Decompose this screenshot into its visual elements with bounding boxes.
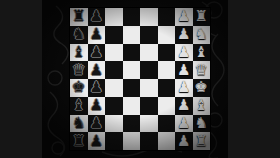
square-f1[interactable] (158, 132, 176, 150)
square-c4[interactable] (105, 79, 123, 97)
white-pawn-icon: ♟ (177, 27, 190, 42)
square-g5[interactable]: ♟ (175, 61, 193, 79)
black-rook-icon: ♜ (72, 9, 85, 24)
black-pawn-icon: ♟ (90, 63, 103, 78)
square-h4[interactable]: ♚ (193, 79, 211, 97)
black-knight-icon: ♞ (72, 27, 85, 42)
white-bishop-icon: ♝ (195, 98, 208, 113)
white-pawn-icon: ♟ (177, 134, 190, 149)
square-h3[interactable]: ♝ (193, 97, 211, 115)
square-h7[interactable]: ♞ (193, 26, 211, 44)
square-a1[interactable]: ♜ (70, 132, 88, 150)
square-a6[interactable]: ♝ (70, 44, 88, 62)
square-h1[interactable]: ♜ (193, 132, 211, 150)
square-c2[interactable] (105, 115, 123, 133)
square-d2[interactable] (123, 115, 141, 133)
black-pawn-icon: ♟ (90, 134, 103, 149)
square-c8[interactable] (105, 8, 123, 26)
chess-photo-background: ♜♟♟♜♞♟♟♞♝♟♟♝♛♟♟♛♚♟♟♚♝♟♟♝♞♟♟♞♜♟♟♜ (42, 0, 228, 158)
square-d8[interactable] (123, 8, 141, 26)
screenshot-stage: ♜♟♟♜♞♟♟♞♝♟♟♝♛♟♟♛♚♟♟♚♝♟♟♝♞♟♟♞♜♟♟♜ (0, 0, 280, 158)
black-bishop-icon: ♝ (72, 45, 85, 60)
white-rook-icon: ♜ (195, 134, 208, 149)
square-e1[interactable] (140, 132, 158, 150)
black-pawn-icon: ♟ (90, 98, 103, 113)
square-b3[interactable]: ♟ (88, 97, 106, 115)
white-pawn-icon: ♟ (177, 98, 190, 113)
square-g1[interactable]: ♟ (175, 132, 193, 150)
square-e8[interactable] (140, 8, 158, 26)
square-f2[interactable] (158, 115, 176, 133)
square-g3[interactable]: ♟ (175, 97, 193, 115)
white-pawn-icon: ♟ (177, 45, 190, 60)
square-h2[interactable]: ♞ (193, 115, 211, 133)
square-f8[interactable] (158, 8, 176, 26)
black-bishop-icon: ♝ (72, 98, 85, 113)
square-e3[interactable] (140, 97, 158, 115)
square-f6[interactable] (158, 44, 176, 62)
square-f4[interactable] (158, 79, 176, 97)
white-bishop-icon: ♝ (195, 45, 208, 60)
black-pawn-icon: ♟ (90, 80, 103, 95)
square-c6[interactable] (105, 44, 123, 62)
square-d3[interactable] (123, 97, 141, 115)
square-g8[interactable]: ♟ (175, 8, 193, 26)
square-a3[interactable]: ♝ (70, 97, 88, 115)
white-pawn-icon: ♟ (177, 63, 190, 78)
square-b6[interactable]: ♟ (88, 44, 106, 62)
square-b4[interactable]: ♟ (88, 79, 106, 97)
black-pawn-icon: ♟ (90, 45, 103, 60)
white-knight-icon: ♞ (195, 116, 208, 131)
square-d5[interactable] (123, 61, 141, 79)
square-b8[interactable]: ♟ (88, 8, 106, 26)
square-e2[interactable] (140, 115, 158, 133)
square-g6[interactable]: ♟ (175, 44, 193, 62)
square-c7[interactable] (105, 26, 123, 44)
square-d7[interactable] (123, 26, 141, 44)
black-queen-icon: ♛ (72, 63, 85, 78)
white-queen-icon: ♛ (195, 63, 208, 78)
black-knight-icon: ♞ (72, 116, 85, 131)
white-pawn-icon: ♟ (177, 80, 190, 95)
white-rook-icon: ♜ (195, 9, 208, 24)
black-pawn-icon: ♟ (90, 9, 103, 24)
white-knight-icon: ♞ (195, 27, 208, 42)
square-b1[interactable]: ♟ (88, 132, 106, 150)
square-e6[interactable] (140, 44, 158, 62)
black-king-icon: ♚ (72, 80, 85, 95)
square-d4[interactable] (123, 79, 141, 97)
square-e5[interactable] (140, 61, 158, 79)
square-a2[interactable]: ♞ (70, 115, 88, 133)
square-f7[interactable] (158, 26, 176, 44)
square-a4[interactable]: ♚ (70, 79, 88, 97)
square-g4[interactable]: ♟ (175, 79, 193, 97)
square-f3[interactable] (158, 97, 176, 115)
square-d6[interactable] (123, 44, 141, 62)
chess-board: ♜♟♟♜♞♟♟♞♝♟♟♝♛♟♟♛♚♟♟♚♝♟♟♝♞♟♟♞♜♟♟♜ (70, 8, 210, 150)
square-a7[interactable]: ♞ (70, 26, 88, 44)
square-h8[interactable]: ♜ (193, 8, 211, 26)
square-g2[interactable]: ♟ (175, 115, 193, 133)
white-pawn-icon: ♟ (177, 116, 190, 131)
black-pawn-icon: ♟ (90, 116, 103, 131)
black-rook-icon: ♜ (72, 134, 85, 149)
white-pawn-icon: ♟ (177, 9, 190, 24)
square-c5[interactable] (105, 61, 123, 79)
black-pawn-icon: ♟ (90, 27, 103, 42)
square-f5[interactable] (158, 61, 176, 79)
white-king-icon: ♚ (195, 80, 208, 95)
square-b7[interactable]: ♟ (88, 26, 106, 44)
square-a8[interactable]: ♜ (70, 8, 88, 26)
square-b5[interactable]: ♟ (88, 61, 106, 79)
square-a5[interactable]: ♛ (70, 61, 88, 79)
square-e7[interactable] (140, 26, 158, 44)
square-d1[interactable] (123, 132, 141, 150)
square-c3[interactable] (105, 97, 123, 115)
square-g7[interactable]: ♟ (175, 26, 193, 44)
square-h5[interactable]: ♛ (193, 61, 211, 79)
square-e4[interactable] (140, 79, 158, 97)
square-c1[interactable] (105, 132, 123, 150)
square-h6[interactable]: ♝ (193, 44, 211, 62)
square-b2[interactable]: ♟ (88, 115, 106, 133)
